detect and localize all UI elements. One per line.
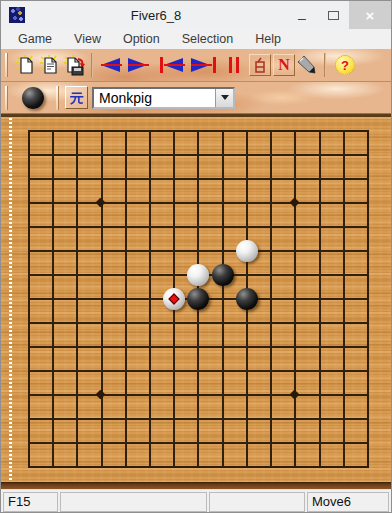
- grid-line: [30, 442, 367, 444]
- status-field-size: F15: [3, 492, 58, 512]
- star-point: [96, 389, 106, 399]
- new-marker-button[interactable]: N: [273, 54, 295, 76]
- grid-line: [30, 322, 367, 324]
- grid-line: [222, 132, 224, 466]
- minimize-button[interactable]: –: [287, 1, 317, 29]
- board-left-highlight: [9, 117, 12, 480]
- board-bottom-bevel: [1, 482, 391, 489]
- player-toolbar: Monkpig: [1, 82, 391, 114]
- white-stone: [236, 240, 258, 262]
- toolbar-separator: [91, 53, 93, 77]
- goban[interactable]: [1, 114, 391, 489]
- turn-indicator-stone: [22, 87, 44, 109]
- grid-line: [30, 370, 367, 372]
- grid-line: [294, 132, 296, 466]
- grid-line: [30, 394, 367, 396]
- close-button[interactable]: ×: [349, 1, 391, 29]
- n-letter-icon: N: [278, 56, 290, 74]
- open-game-icon: [39, 54, 61, 76]
- save-game-icon: [63, 54, 86, 76]
- step-forward-icon: [128, 58, 149, 73]
- save-game-button[interactable]: [62, 53, 86, 77]
- toolbar-grip[interactable]: [56, 86, 59, 110]
- menu-view[interactable]: View: [63, 29, 112, 49]
- board-top-bevel: [1, 114, 391, 117]
- step-forward-button[interactable]: [128, 58, 149, 73]
- none-rule-button[interactable]: [65, 86, 88, 109]
- step-back-button[interactable]: [101, 58, 122, 73]
- edit-pen-button[interactable]: [295, 53, 319, 77]
- go-first-button[interactable]: [160, 57, 185, 73]
- step-back-icon: [101, 58, 122, 73]
- status-bar: F15 Move6: [1, 489, 391, 513]
- toolbar-grip[interactable]: [5, 53, 8, 77]
- open-game-button[interactable]: [38, 53, 62, 77]
- menu-help[interactable]: Help: [244, 29, 292, 49]
- black-stone: [212, 264, 234, 286]
- menu-bar: Game View Option Selection Help: [1, 29, 391, 49]
- star-point: [289, 197, 299, 207]
- grid-line: [30, 346, 367, 348]
- player-select-value: Monkpig: [94, 89, 215, 107]
- first-bar-icon: [160, 57, 163, 73]
- status-move-counter: Move6: [307, 492, 389, 512]
- grid-line: [319, 132, 321, 466]
- maximize-button[interactable]: [317, 1, 349, 29]
- new-game-icon: [15, 54, 37, 76]
- title-bar[interactable]: Fiver6_8 – ×: [1, 1, 391, 29]
- pause-icon: [229, 57, 232, 73]
- menu-selection[interactable]: Selection: [171, 29, 244, 49]
- go-last-button[interactable]: [191, 57, 216, 73]
- app-icon: [9, 7, 25, 23]
- toolbar-grip[interactable]: [5, 86, 8, 110]
- player-select-dropdown[interactable]: [215, 89, 233, 107]
- new-game-button[interactable]: [14, 53, 38, 77]
- player-select[interactable]: Monkpig: [92, 87, 235, 109]
- main-toolbar: N ?: [1, 49, 391, 82]
- edit-pen-icon: [297, 55, 317, 75]
- go-first-icon: [164, 58, 185, 73]
- help-icon: ?: [341, 58, 349, 73]
- chevron-down-icon: [221, 95, 229, 100]
- pause-button[interactable]: [229, 57, 239, 73]
- grid-line: [343, 132, 345, 466]
- maximize-icon: [328, 11, 339, 20]
- grid-line: [30, 418, 367, 420]
- black-stone: [236, 288, 258, 310]
- toolbar-separator: [324, 53, 326, 77]
- window-title: Fiver6_8: [25, 8, 287, 23]
- help-button[interactable]: ?: [335, 55, 355, 75]
- menu-game[interactable]: Game: [7, 29, 63, 49]
- star-point: [96, 197, 106, 207]
- menu-option[interactable]: Option: [112, 29, 171, 49]
- last-move-marker: [169, 293, 180, 304]
- kanji-none-icon: [68, 89, 85, 106]
- status-panel: [60, 492, 207, 512]
- star-point: [289, 389, 299, 399]
- kanji-white-icon: [252, 57, 268, 74]
- status-panel: [209, 492, 305, 512]
- white-side-button[interactable]: [249, 54, 271, 76]
- grid-line: [270, 132, 272, 466]
- go-last-icon: [191, 58, 212, 73]
- last-bar-icon: [213, 57, 216, 73]
- app-window: Fiver6_8 – × Game View Option Selection …: [0, 0, 392, 513]
